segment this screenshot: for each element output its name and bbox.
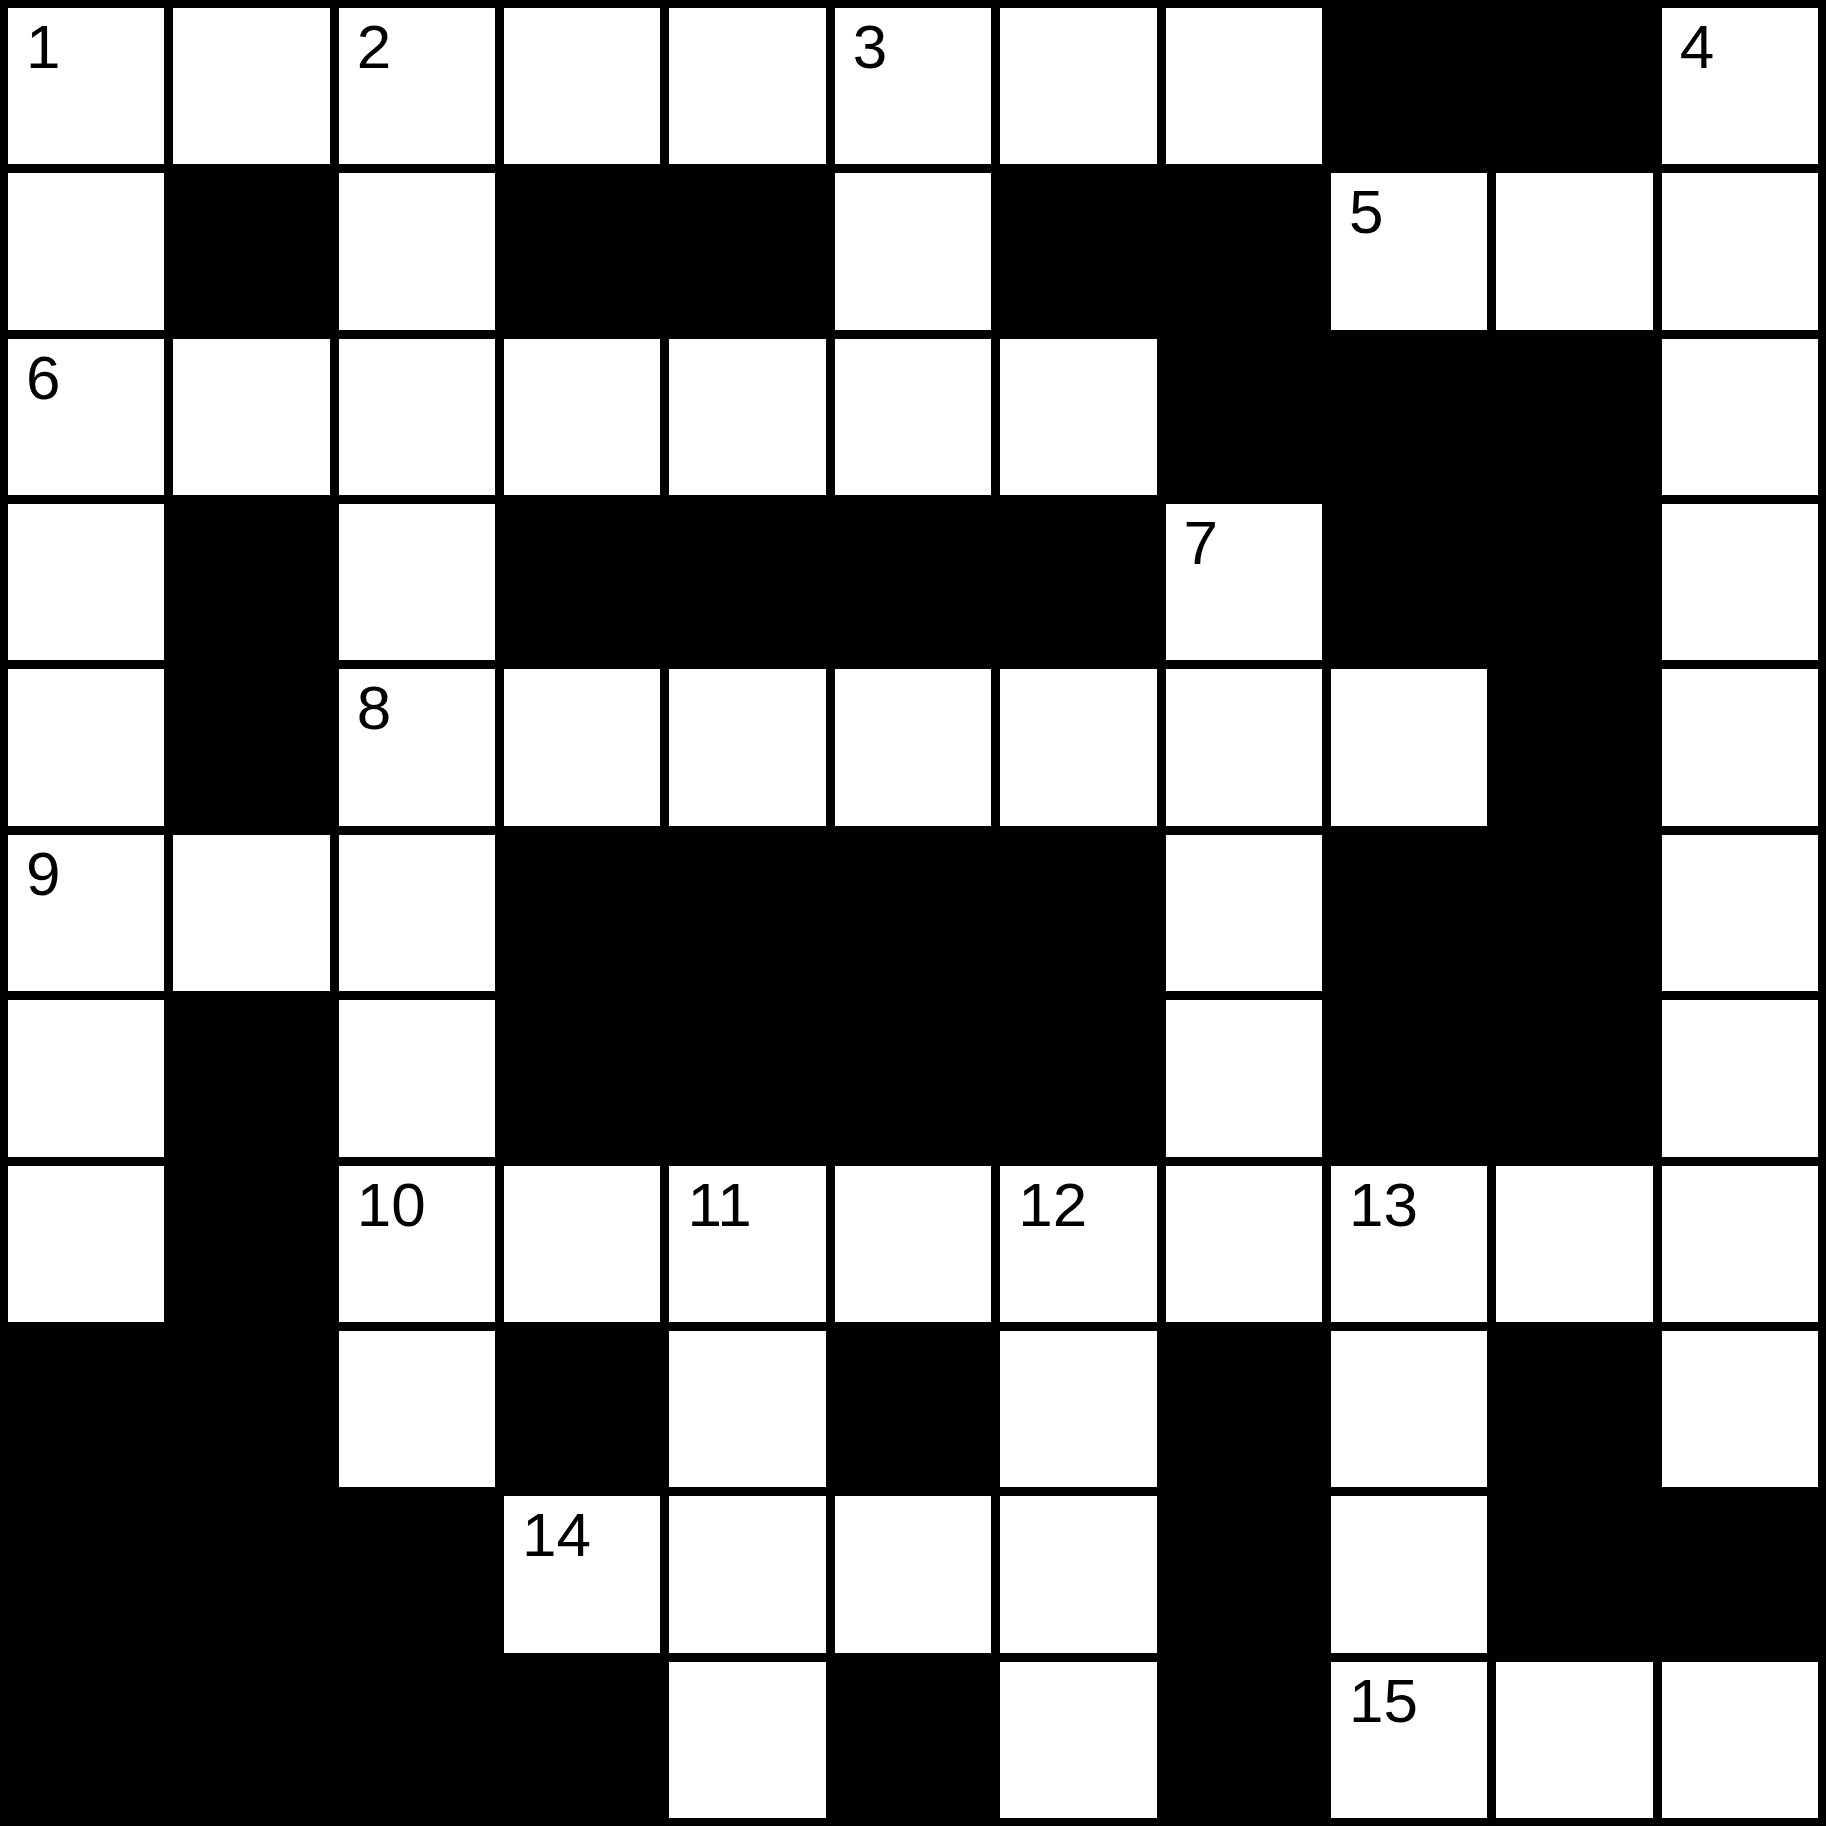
white-cell-r5c2[interactable]: [339, 835, 495, 991]
black-cell-r5c8: [1331, 835, 1487, 991]
white-cell-r3c2[interactable]: [339, 504, 495, 660]
white-cell-r9c8[interactable]: [1331, 1496, 1487, 1652]
clue-number-6: 6: [26, 347, 60, 409]
clue-number-3: 3: [853, 16, 887, 78]
clue-number-2: 2: [357, 16, 391, 78]
white-cell-r10c9[interactable]: [1496, 1662, 1652, 1818]
black-cell-r9c10: [1662, 1496, 1818, 1652]
white-cell-r2c4[interactable]: [669, 339, 825, 495]
clue-number-5: 5: [1349, 181, 1383, 243]
black-cell-r6c1: [173, 1000, 329, 1156]
white-cell-r8c6[interactable]: [1000, 1331, 1156, 1487]
crossword-grid: 123456789101112131415: [0, 0, 1826, 1826]
white-cell-r5c7[interactable]: [1166, 835, 1322, 991]
white-cell-r10c4[interactable]: [669, 1662, 825, 1818]
white-cell-r1c8[interactable]: 5: [1331, 173, 1487, 329]
black-cell-r5c5: [835, 835, 991, 991]
white-cell-r4c0[interactable]: [8, 669, 164, 825]
black-cell-r9c7: [1166, 1496, 1322, 1652]
black-cell-r6c3: [504, 1000, 660, 1156]
black-cell-r3c6: [1000, 504, 1156, 660]
white-cell-r0c2[interactable]: 2: [339, 8, 495, 164]
white-cell-r6c10[interactable]: [1662, 1000, 1818, 1156]
white-cell-r4c10[interactable]: [1662, 669, 1818, 825]
white-cell-r0c6[interactable]: [1000, 8, 1156, 164]
white-cell-r10c6[interactable]: [1000, 1662, 1156, 1818]
black-cell-r1c6: [1000, 173, 1156, 329]
white-cell-r2c2[interactable]: [339, 339, 495, 495]
black-cell-r9c9: [1496, 1496, 1652, 1652]
white-cell-r0c1[interactable]: [173, 8, 329, 164]
black-cell-r8c9: [1496, 1331, 1652, 1487]
black-cell-r2c9: [1496, 339, 1652, 495]
white-cell-r1c9[interactable]: [1496, 173, 1652, 329]
white-cell-r7c10[interactable]: [1662, 1166, 1818, 1322]
black-cell-r4c1: [173, 669, 329, 825]
white-cell-r0c0[interactable]: 1: [8, 8, 164, 164]
white-cell-r2c0[interactable]: 6: [8, 339, 164, 495]
white-cell-r8c4[interactable]: [669, 1331, 825, 1487]
white-cell-r5c1[interactable]: [173, 835, 329, 991]
clue-number-4: 4: [1680, 16, 1714, 78]
white-cell-r3c0[interactable]: [8, 504, 164, 660]
white-cell-r9c3[interactable]: 14: [504, 1496, 660, 1652]
white-cell-r4c7[interactable]: [1166, 669, 1322, 825]
white-cell-r9c4[interactable]: [669, 1496, 825, 1652]
clue-number-7: 7: [1184, 512, 1218, 574]
white-cell-r7c4[interactable]: 11: [669, 1166, 825, 1322]
white-cell-r2c6[interactable]: [1000, 339, 1156, 495]
black-cell-r10c7: [1166, 1662, 1322, 1818]
clue-number-15: 15: [1349, 1670, 1418, 1732]
white-cell-r0c10[interactable]: 4: [1662, 8, 1818, 164]
white-cell-r0c3[interactable]: [504, 8, 660, 164]
black-cell-r9c2: [339, 1496, 495, 1652]
black-cell-r10c0: [8, 1662, 164, 1818]
white-cell-r7c9[interactable]: [1496, 1166, 1652, 1322]
black-cell-r5c3: [504, 835, 660, 991]
white-cell-r0c7[interactable]: [1166, 8, 1322, 164]
black-cell-r6c5: [835, 1000, 991, 1156]
white-cell-r10c10[interactable]: [1662, 1662, 1818, 1818]
white-cell-r4c3[interactable]: [504, 669, 660, 825]
clue-number-9: 9: [26, 843, 60, 905]
white-cell-r6c2[interactable]: [339, 1000, 495, 1156]
black-cell-r8c7: [1166, 1331, 1322, 1487]
white-cell-r4c8[interactable]: [1331, 669, 1487, 825]
white-cell-r6c7[interactable]: [1166, 1000, 1322, 1156]
white-cell-r1c2[interactable]: [339, 173, 495, 329]
black-cell-r3c3: [504, 504, 660, 660]
white-cell-r4c6[interactable]: [1000, 669, 1156, 825]
white-cell-r8c2[interactable]: [339, 1331, 495, 1487]
white-cell-r4c2[interactable]: 8: [339, 669, 495, 825]
clue-number-1: 1: [26, 16, 60, 78]
white-cell-r2c10[interactable]: [1662, 339, 1818, 495]
black-cell-r1c3: [504, 173, 660, 329]
white-cell-r2c1[interactable]: [173, 339, 329, 495]
clue-number-10: 10: [357, 1174, 426, 1236]
black-cell-r10c2: [339, 1662, 495, 1818]
white-cell-r3c10[interactable]: [1662, 504, 1818, 660]
white-cell-r2c3[interactable]: [504, 339, 660, 495]
clue-number-14: 14: [522, 1504, 591, 1566]
black-cell-r10c5: [835, 1662, 991, 1818]
white-cell-r10c8[interactable]: 15: [1331, 1662, 1487, 1818]
black-cell-r1c7: [1166, 173, 1322, 329]
white-cell-r5c10[interactable]: [1662, 835, 1818, 991]
black-cell-r5c9: [1496, 835, 1652, 991]
black-cell-r6c9: [1496, 1000, 1652, 1156]
white-cell-r1c5[interactable]: [835, 173, 991, 329]
black-cell-r4c9: [1496, 669, 1652, 825]
black-cell-r3c1: [173, 504, 329, 660]
black-cell-r3c9: [1496, 504, 1652, 660]
black-cell-r2c7: [1166, 339, 1322, 495]
white-cell-r4c4[interactable]: [669, 669, 825, 825]
black-cell-r3c4: [669, 504, 825, 660]
black-cell-r1c1: [173, 173, 329, 329]
black-cell-r3c5: [835, 504, 991, 660]
white-cell-r7c2[interactable]: 10: [339, 1166, 495, 1322]
black-cell-r7c1: [173, 1166, 329, 1322]
white-cell-r3c7[interactable]: 7: [1166, 504, 1322, 660]
black-cell-r6c4: [669, 1000, 825, 1156]
black-cell-r9c0: [8, 1496, 164, 1652]
white-cell-r9c5[interactable]: [835, 1496, 991, 1652]
black-cell-r8c3: [504, 1331, 660, 1487]
white-cell-r1c10[interactable]: [1662, 173, 1818, 329]
black-cell-r8c5: [835, 1331, 991, 1487]
white-cell-r6c0[interactable]: [8, 1000, 164, 1156]
black-cell-r10c1: [173, 1662, 329, 1818]
white-cell-r7c6[interactable]: 12: [1000, 1166, 1156, 1322]
black-cell-r3c8: [1331, 504, 1487, 660]
white-cell-r9c6[interactable]: [1000, 1496, 1156, 1652]
white-cell-r0c4[interactable]: [669, 8, 825, 164]
white-cell-r0c5[interactable]: 3: [835, 8, 991, 164]
white-cell-r7c7[interactable]: [1166, 1166, 1322, 1322]
clue-number-11: 11: [687, 1174, 751, 1236]
white-cell-r8c8[interactable]: [1331, 1331, 1487, 1487]
black-cell-r5c4: [669, 835, 825, 991]
white-cell-r2c5[interactable]: [835, 339, 991, 495]
white-cell-r7c8[interactable]: 13: [1331, 1166, 1487, 1322]
clue-number-12: 12: [1018, 1174, 1087, 1236]
black-cell-r8c1: [173, 1331, 329, 1487]
black-cell-r0c8: [1331, 8, 1487, 164]
white-cell-r1c0[interactable]: [8, 173, 164, 329]
black-cell-r5c6: [1000, 835, 1156, 991]
black-cell-r0c9: [1496, 8, 1652, 164]
white-cell-r4c5[interactable]: [835, 669, 991, 825]
clue-number-8: 8: [357, 677, 391, 739]
black-cell-r2c8: [1331, 339, 1487, 495]
black-cell-r9c1: [173, 1496, 329, 1652]
black-cell-r1c4: [669, 173, 825, 329]
white-cell-r7c5[interactable]: [835, 1166, 991, 1322]
white-cell-r7c3[interactable]: [504, 1166, 660, 1322]
white-cell-r5c0[interactable]: 9: [8, 835, 164, 991]
clue-number-13: 13: [1349, 1174, 1418, 1236]
black-cell-r10c3: [504, 1662, 660, 1818]
black-cell-r6c8: [1331, 1000, 1487, 1156]
white-cell-r7c0[interactable]: [8, 1166, 164, 1322]
white-cell-r8c10[interactable]: [1662, 1331, 1818, 1487]
black-cell-r8c0: [8, 1331, 164, 1487]
black-cell-r6c6: [1000, 1000, 1156, 1156]
